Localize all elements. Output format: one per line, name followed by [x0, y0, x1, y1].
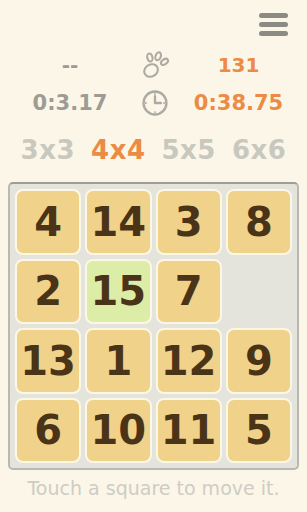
- tile-11[interactable]: 11: [156, 398, 222, 464]
- puzzle-board: 414382157131129610115: [8, 182, 299, 470]
- best-moves-value: --: [0, 53, 140, 77]
- tile-4[interactable]: 4: [15, 189, 81, 255]
- tab-5x5[interactable]: 5x5: [162, 135, 216, 165]
- tile-1[interactable]: 1: [85, 328, 151, 394]
- tab-4x4[interactable]: 4x4: [91, 135, 145, 165]
- tile-12[interactable]: 12: [156, 328, 222, 394]
- hamburger-menu-icon: [259, 13, 288, 18]
- current-time-value: 0:38.75: [170, 91, 307, 115]
- tile-9[interactable]: 9: [226, 328, 292, 394]
- tile-14[interactable]: 14: [85, 189, 151, 255]
- tile-3[interactable]: 3: [156, 189, 222, 255]
- best-time-value: 0:3.17: [0, 91, 140, 115]
- tile-5[interactable]: 5: [226, 398, 292, 464]
- menu-button[interactable]: [259, 13, 288, 36]
- stats-panel: -- 131 0:3.17 0:38.75: [0, 46, 307, 122]
- hamburger-menu-icon: [259, 22, 288, 27]
- tile-8[interactable]: 8: [226, 189, 292, 255]
- current-moves-value: 131: [170, 53, 307, 77]
- tile-10[interactable]: 10: [85, 398, 151, 464]
- tile-15[interactable]: 15: [85, 259, 151, 325]
- empty-cell: [226, 259, 292, 325]
- tab-3x3[interactable]: 3x3: [21, 135, 75, 165]
- hamburger-menu-icon: [259, 31, 288, 36]
- clock-icon: [140, 84, 170, 122]
- tile-6[interactable]: 6: [15, 398, 81, 464]
- tile-13[interactable]: 13: [15, 328, 81, 394]
- tile-7[interactable]: 7: [156, 259, 222, 325]
- size-tabs: 3x34x45x56x6: [0, 134, 307, 166]
- paw-icon: [140, 46, 170, 84]
- hint-text: Touch a square to move it.: [0, 477, 307, 499]
- tab-6x6[interactable]: 6x6: [232, 135, 286, 165]
- tile-2[interactable]: 2: [15, 259, 81, 325]
- puzzle-app: -- 131 0:3.17 0:38.75: [0, 0, 307, 512]
